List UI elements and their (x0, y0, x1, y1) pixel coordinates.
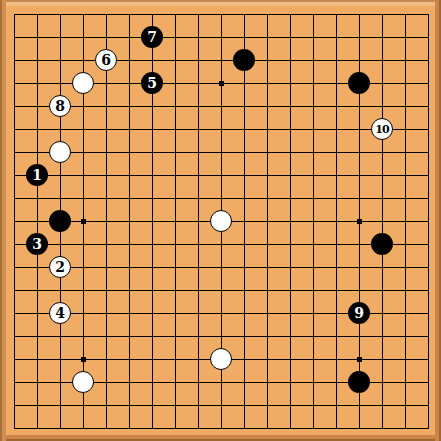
stone-number-label: 2 (55, 260, 65, 274)
stone-number-label: 6 (101, 53, 111, 67)
go-stone-black (348, 371, 370, 393)
go-stone-white: 8 (49, 95, 71, 117)
board-bevel-bottom (0, 435, 441, 441)
board-grid: 75139681024 (14, 14, 429, 429)
board-bevel-right (435, 0, 441, 441)
go-stone-black: 5 (141, 72, 163, 94)
go-stone-white (72, 371, 94, 393)
stone-number-label: 10 (375, 124, 388, 135)
go-stone-white (49, 141, 71, 163)
go-stone-white: 6 (95, 49, 117, 71)
go-stone-white: 10 (371, 118, 393, 140)
go-stone-black (233, 49, 255, 71)
go-stone-black (371, 233, 393, 255)
stone-number-label: 4 (55, 306, 65, 320)
go-stone-black (49, 210, 71, 232)
go-stone-white: 2 (49, 256, 71, 278)
star-point (81, 357, 86, 362)
go-stone-black: 3 (26, 233, 48, 255)
stone-number-label: 7 (147, 30, 157, 44)
go-board: 75139681024 (0, 0, 441, 441)
stone-number-label: 5 (147, 76, 157, 90)
go-stone-white (210, 210, 232, 232)
stone-number-label: 3 (32, 237, 42, 251)
star-point (357, 219, 362, 224)
go-stone-black (348, 72, 370, 94)
board-bevel-left (0, 0, 6, 441)
stone-number-label: 9 (354, 306, 364, 320)
go-stone-white: 4 (49, 302, 71, 324)
stone-number-label: 1 (32, 168, 42, 182)
star-point (81, 219, 86, 224)
go-stone-white (210, 348, 232, 370)
board-bevel-top (0, 0, 441, 6)
go-stone-black: 1 (26, 164, 48, 186)
go-stone-black: 7 (141, 26, 163, 48)
star-point (219, 81, 224, 86)
stone-number-label: 8 (55, 99, 65, 113)
go-stone-white (72, 72, 94, 94)
go-stone-black: 9 (348, 302, 370, 324)
star-point (357, 357, 362, 362)
